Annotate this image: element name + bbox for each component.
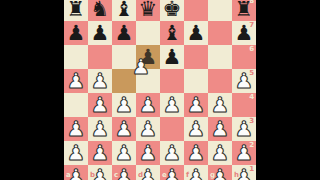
square-f5[interactable] bbox=[184, 69, 208, 93]
white-pawn[interactable]: ♟ bbox=[115, 117, 134, 141]
coord-file-d: d bbox=[138, 172, 143, 179]
square-f8[interactable] bbox=[184, 0, 208, 21]
square-a6[interactable] bbox=[64, 45, 88, 69]
black-knight[interactable]: ♞ bbox=[91, 0, 110, 21]
square-h8[interactable]: ♜8 bbox=[232, 0, 256, 21]
square-g8[interactable] bbox=[208, 0, 232, 21]
white-pawn[interactable]: ♟ bbox=[67, 69, 86, 93]
coord-file-c: c bbox=[114, 172, 118, 179]
square-a1[interactable]: ♟a bbox=[64, 165, 88, 180]
square-g1[interactable]: ♟g bbox=[208, 165, 232, 180]
square-e2[interactable]: ♟ bbox=[160, 141, 184, 165]
square-f3[interactable]: ♟ bbox=[184, 117, 208, 141]
black-pawn[interactable]: ♟ bbox=[67, 21, 86, 45]
square-b5[interactable]: ♟ bbox=[88, 69, 112, 93]
square-c1[interactable]: ♟c bbox=[112, 165, 136, 180]
white-pawn[interactable]: ♟ bbox=[187, 93, 206, 117]
square-b2[interactable]: ♟ bbox=[88, 141, 112, 165]
square-c4[interactable]: ♟ bbox=[112, 93, 136, 117]
white-pawn[interactable]: ♟ bbox=[163, 93, 182, 117]
white-pawn[interactable]: ♟ bbox=[91, 93, 110, 117]
square-b6[interactable] bbox=[88, 45, 112, 69]
square-g5[interactable] bbox=[208, 69, 232, 93]
black-rook[interactable]: ♜ bbox=[67, 0, 86, 21]
square-h4[interactable]: 4 bbox=[232, 93, 256, 117]
square-d3[interactable]: ♟ bbox=[136, 117, 160, 141]
letterbox-right bbox=[256, 0, 320, 180]
square-f4[interactable]: ♟ bbox=[184, 93, 208, 117]
square-a2[interactable]: ♟ bbox=[64, 141, 88, 165]
white-pawn[interactable]: ♟ bbox=[163, 141, 182, 165]
square-a7[interactable]: ♟ bbox=[64, 21, 88, 45]
coord-rank-7: 7 bbox=[249, 22, 254, 29]
square-h7[interactable]: ♟7 bbox=[232, 21, 256, 45]
square-c7[interactable]: ♟ bbox=[112, 21, 136, 45]
square-d8[interactable]: ♛ bbox=[136, 0, 160, 21]
black-bishop[interactable]: ♝ bbox=[163, 21, 182, 45]
square-c2[interactable]: ♟ bbox=[112, 141, 136, 165]
white-pawn[interactable]: ♟ bbox=[139, 141, 158, 165]
square-c8[interactable]: ♝ bbox=[112, 0, 136, 21]
white-pawn[interactable]: ♟ bbox=[91, 117, 110, 141]
white-pawn[interactable]: ♟ bbox=[67, 141, 86, 165]
square-g7[interactable] bbox=[208, 21, 232, 45]
square-f7[interactable]: ♟ bbox=[184, 21, 208, 45]
white-pawn: ♟ bbox=[132, 55, 151, 79]
square-h6[interactable]: 6 bbox=[232, 45, 256, 69]
black-pawn[interactable]: ♟ bbox=[187, 21, 206, 45]
chess-board: ♜♞♝♛♚♜8♟♟♟♝♟♟7♟♟6♟♟♟5♟♟♟♟♟♟4♟♟♟♟♟♟♟3♟♟♟♟… bbox=[64, 0, 256, 180]
square-g2[interactable]: ♟ bbox=[208, 141, 232, 165]
coord-file-a: a bbox=[66, 172, 71, 179]
square-c3[interactable]: ♟ bbox=[112, 117, 136, 141]
white-pawn[interactable]: ♟ bbox=[67, 117, 86, 141]
square-e3[interactable] bbox=[160, 117, 184, 141]
square-a4[interactable] bbox=[64, 93, 88, 117]
white-pawn[interactable]: ♟ bbox=[187, 141, 206, 165]
white-pawn[interactable]: ♟ bbox=[91, 69, 110, 93]
coord-rank-8: 8 bbox=[249, 0, 254, 5]
white-pawn[interactable]: ♟ bbox=[211, 117, 230, 141]
white-pawn[interactable]: ♟ bbox=[139, 117, 158, 141]
square-h5[interactable]: ♟5 bbox=[232, 69, 256, 93]
white-pawn[interactable]: ♟ bbox=[91, 141, 110, 165]
black-pawn[interactable]: ♟ bbox=[115, 21, 134, 45]
white-pawn[interactable]: ♟ bbox=[211, 93, 230, 117]
white-pawn[interactable]: ♟ bbox=[187, 165, 206, 180]
white-pawn[interactable]: ♟ bbox=[115, 141, 134, 165]
black-pawn[interactable]: ♟ bbox=[163, 45, 182, 69]
coord-rank-2: 2 bbox=[249, 142, 254, 149]
square-f6[interactable] bbox=[184, 45, 208, 69]
coord-file-b: b bbox=[90, 172, 95, 179]
square-e6[interactable]: ♟ bbox=[160, 45, 184, 69]
coord-file-f: f bbox=[186, 172, 189, 179]
black-queen[interactable]: ♛ bbox=[139, 0, 158, 21]
square-h2[interactable]: ♟2 bbox=[232, 141, 256, 165]
black-king[interactable]: ♚ bbox=[163, 0, 182, 21]
coord-rank-1: 1 bbox=[249, 166, 254, 173]
square-d4[interactable]: ♟ bbox=[136, 93, 160, 117]
video-frame: ♜♞♝♛♚♜8♟♟♟♝♟♟7♟♟6♟♟♟5♟♟♟♟♟♟4♟♟♟♟♟♟♟3♟♟♟♟… bbox=[0, 0, 320, 180]
square-b4[interactable]: ♟ bbox=[88, 93, 112, 117]
square-a8[interactable]: ♜ bbox=[64, 0, 88, 21]
square-b7[interactable]: ♟ bbox=[88, 21, 112, 45]
white-pawn[interactable]: ♟ bbox=[115, 93, 134, 117]
square-b3[interactable]: ♟ bbox=[88, 117, 112, 141]
white-pawn[interactable]: ♟ bbox=[139, 93, 158, 117]
square-a3[interactable]: ♟ bbox=[64, 117, 88, 141]
white-pawn[interactable]: ♟ bbox=[211, 141, 230, 165]
white-pawn[interactable]: ♟ bbox=[187, 117, 206, 141]
coord-rank-6: 6 bbox=[249, 46, 254, 53]
square-h3[interactable]: ♟3 bbox=[232, 117, 256, 141]
square-e1[interactable]: ♟e bbox=[160, 165, 184, 180]
square-e7[interactable]: ♝ bbox=[160, 21, 184, 45]
animating-white-pawn[interactable]: ♟ bbox=[129, 55, 153, 79]
coord-rank-4: 4 bbox=[249, 94, 254, 101]
square-e8[interactable]: ♚ bbox=[160, 0, 184, 21]
letterbox-left bbox=[0, 0, 64, 180]
black-pawn[interactable]: ♟ bbox=[91, 21, 110, 45]
coord-rank-5: 5 bbox=[249, 70, 254, 77]
square-e5[interactable] bbox=[160, 69, 184, 93]
square-d7[interactable] bbox=[136, 21, 160, 45]
coord-file-g: g bbox=[210, 172, 215, 179]
black-bishop[interactable]: ♝ bbox=[115, 0, 134, 21]
coord-file-e: e bbox=[162, 172, 167, 179]
square-e4[interactable]: ♟ bbox=[160, 93, 184, 117]
square-g4[interactable]: ♟ bbox=[208, 93, 232, 117]
square-b8[interactable]: ♞ bbox=[88, 0, 112, 21]
square-g3[interactable]: ♟ bbox=[208, 117, 232, 141]
square-h1[interactable]: ♟1h bbox=[232, 165, 256, 180]
square-d2[interactable]: ♟ bbox=[136, 141, 160, 165]
square-d1[interactable]: ♟d bbox=[136, 165, 160, 180]
square-f2[interactable]: ♟ bbox=[184, 141, 208, 165]
coord-file-h: h bbox=[234, 172, 239, 179]
square-a5[interactable]: ♟ bbox=[64, 69, 88, 93]
square-b1[interactable]: ♟b bbox=[88, 165, 112, 180]
square-f1[interactable]: ♟f bbox=[184, 165, 208, 180]
square-g6[interactable] bbox=[208, 45, 232, 69]
coord-rank-3: 3 bbox=[249, 118, 254, 125]
